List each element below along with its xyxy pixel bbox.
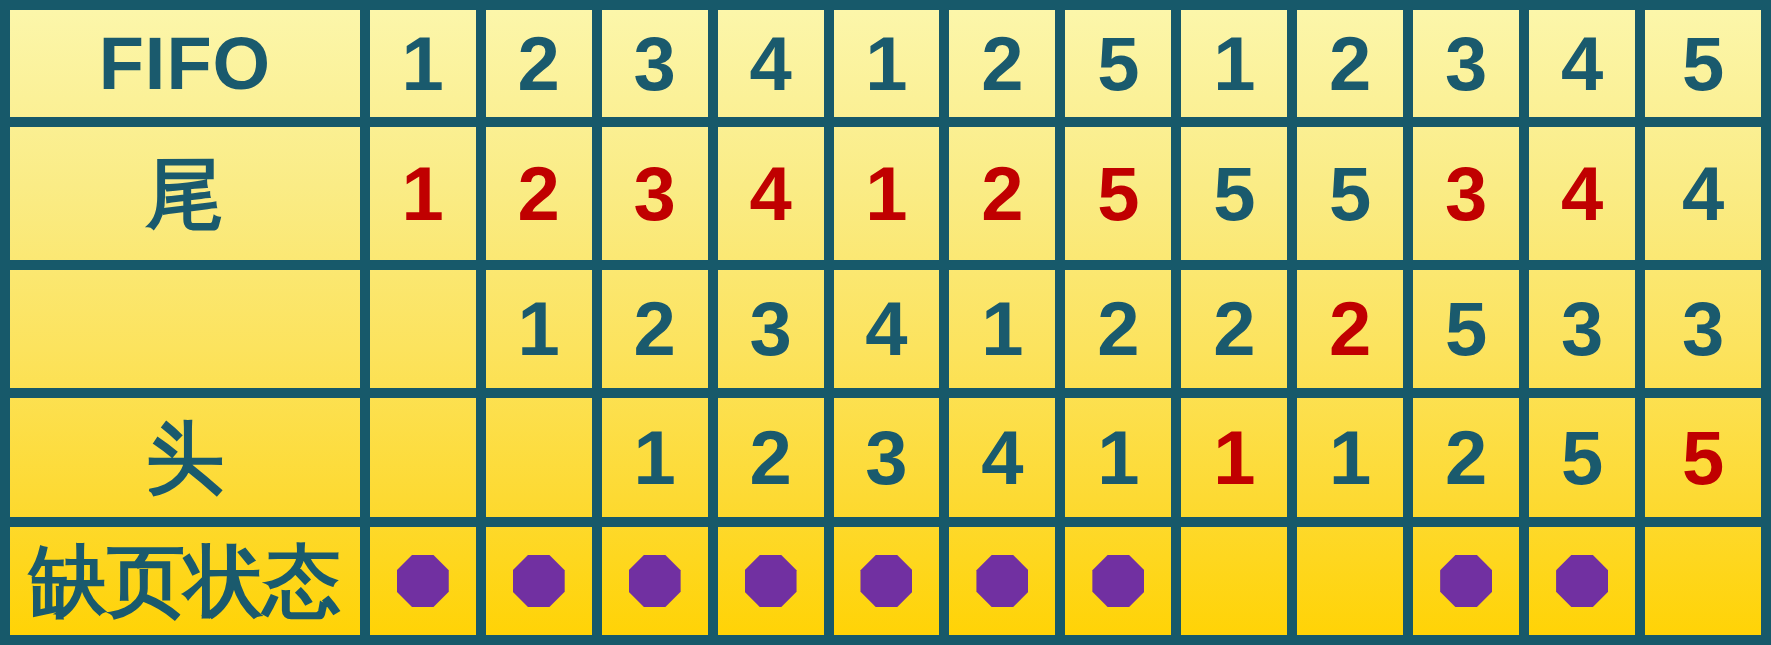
reference-string-step-2: 2 xyxy=(486,10,602,127)
frame-head-step-4: 2 xyxy=(718,398,834,527)
reference-string-step-8: 1 xyxy=(1181,10,1297,127)
reference-string-step-9: 2 xyxy=(1297,10,1413,127)
frame-middle-step-8: 2 xyxy=(1181,270,1297,398)
frame-middle-step-10: 5 xyxy=(1413,270,1529,398)
page-fault-octagon-icon xyxy=(513,555,565,607)
frame-tail-step-6: 2 xyxy=(949,127,1065,270)
frame-middle-step-3: 2 xyxy=(602,270,718,398)
frame-tail-step-10: 3 xyxy=(1413,127,1529,270)
frame-tail-step-5: 1 xyxy=(834,127,950,270)
page-fault-cell-step-6 xyxy=(949,527,1065,635)
frame-middle-step-7: 2 xyxy=(1065,270,1181,398)
frame-middle-step-5: 4 xyxy=(834,270,950,398)
row-label-reference-string: FIFO xyxy=(10,10,370,127)
page-fault-octagon-icon xyxy=(397,555,449,607)
frame-tail-step-9: 5 xyxy=(1297,127,1413,270)
page-fault-octagon-icon xyxy=(745,555,797,607)
reference-string-step-3: 3 xyxy=(602,10,718,127)
empty-cell xyxy=(1645,527,1761,635)
row-label-frame-middle xyxy=(10,270,370,398)
page-fault-octagon-icon xyxy=(1556,555,1608,607)
frame-middle-step-9: 2 xyxy=(1297,270,1413,398)
reference-string-step-11: 4 xyxy=(1529,10,1645,127)
frame-middle-step-4: 3 xyxy=(718,270,834,398)
page-fault-cell-step-5 xyxy=(834,527,950,635)
frame-head-step-12: 5 xyxy=(1645,398,1761,527)
fifo-page-replacement-table: FIFO123412512345尾12341255534412341222533… xyxy=(0,0,1771,645)
frame-tail-step-2: 2 xyxy=(486,127,602,270)
page-fault-octagon-icon xyxy=(860,555,912,607)
reference-string-step-5: 1 xyxy=(834,10,950,127)
frame-middle-step-2: 1 xyxy=(486,270,602,398)
frame-tail-step-11: 4 xyxy=(1529,127,1645,270)
frame-head-step-11: 5 xyxy=(1529,398,1645,527)
page-fault-octagon-icon xyxy=(1440,555,1492,607)
page-fault-octagon-icon xyxy=(629,555,681,607)
frame-head-step-5: 3 xyxy=(834,398,950,527)
reference-string-step-12: 5 xyxy=(1645,10,1761,127)
empty-cell xyxy=(370,398,486,527)
frame-head-step-9: 1 xyxy=(1297,398,1413,527)
row-label-frame-tail: 尾 xyxy=(10,127,370,270)
page-fault-octagon-icon xyxy=(1092,555,1144,607)
frame-middle-step-12: 3 xyxy=(1645,270,1761,398)
empty-cell xyxy=(1181,527,1297,635)
page-fault-cell-step-7 xyxy=(1065,527,1181,635)
reference-string-step-7: 5 xyxy=(1065,10,1181,127)
frame-head-step-6: 4 xyxy=(949,398,1065,527)
empty-cell xyxy=(1297,527,1413,635)
page-fault-cell-step-11 xyxy=(1529,527,1645,635)
frame-head-step-8: 1 xyxy=(1181,398,1297,527)
reference-string-step-10: 3 xyxy=(1413,10,1529,127)
page-fault-cell-step-2 xyxy=(486,527,602,635)
page-fault-cell-step-1 xyxy=(370,527,486,635)
row-label-frame-head: 头 xyxy=(10,398,370,527)
reference-string-step-1: 1 xyxy=(370,10,486,127)
frame-tail-step-1: 1 xyxy=(370,127,486,270)
page-fault-cell-step-4 xyxy=(718,527,834,635)
page-fault-cell-step-3 xyxy=(602,527,718,635)
frame-middle-step-6: 1 xyxy=(949,270,1065,398)
empty-cell xyxy=(370,270,486,398)
frame-head-step-10: 2 xyxy=(1413,398,1529,527)
frame-tail-step-12: 4 xyxy=(1645,127,1761,270)
row-label-page-fault-status: 缺页状态 xyxy=(10,527,370,635)
page-fault-cell-step-10 xyxy=(1413,527,1529,635)
frame-tail-step-7: 5 xyxy=(1065,127,1181,270)
frame-tail-step-3: 3 xyxy=(602,127,718,270)
frame-tail-step-8: 5 xyxy=(1181,127,1297,270)
reference-string-step-6: 2 xyxy=(949,10,1065,127)
page-fault-octagon-icon xyxy=(976,555,1028,607)
frame-middle-step-11: 3 xyxy=(1529,270,1645,398)
empty-cell xyxy=(486,398,602,527)
reference-string-step-4: 4 xyxy=(718,10,834,127)
frame-head-step-7: 1 xyxy=(1065,398,1181,527)
frame-tail-step-4: 4 xyxy=(718,127,834,270)
frame-head-step-3: 1 xyxy=(602,398,718,527)
